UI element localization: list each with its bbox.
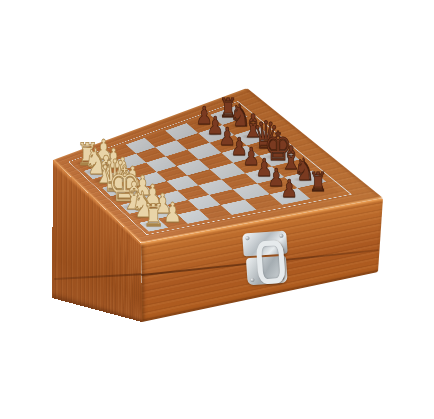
screw-icon <box>279 234 283 238</box>
screw-icon <box>245 236 249 240</box>
screw-icon <box>250 278 254 282</box>
chess-box-photo: ♜♞♝♛♚♝♞♜♟♟♟♟♟♟♟♟♟♟♟♟♟♟♟♟♜♞♝♛♚♝♞♜ <box>0 0 434 419</box>
metal-clasp <box>241 230 291 287</box>
clasp-hook <box>256 240 286 285</box>
